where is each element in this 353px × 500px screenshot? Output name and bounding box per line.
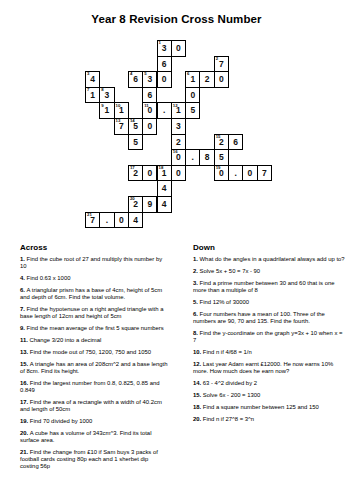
grid-cell-r5c3[interactable]: 145 <box>128 118 143 135</box>
down-clue-10: 10. Find n if 4/68 = 1/n <box>193 349 345 356</box>
clue-number-label: 10. <box>193 349 203 355</box>
cell-value: 6 <box>158 57 171 72</box>
cell-value: 3 <box>158 41 171 56</box>
cell-value: 9 <box>143 197 156 212</box>
cell-value: 1 <box>86 88 99 103</box>
grid-cell-r4c7[interactable]: 5 <box>185 102 200 119</box>
across-clue-15: 15. A triangle has an area of 208cm^2 an… <box>20 361 168 375</box>
cell-value: 0 <box>158 72 171 87</box>
cell-value: 4 <box>86 72 99 87</box>
grid-cell-r5c6[interactable]: 3 <box>171 118 186 135</box>
grid-cell-r10c3[interactable]: 202 <box>128 196 143 213</box>
grid-cell-r6c9[interactable]: 152 <box>214 134 229 151</box>
clue-number-label: 17. <box>20 399 30 405</box>
cell-value: 2 <box>129 197 142 212</box>
cell-value: 0 <box>215 72 228 87</box>
grid-cell-r8c5[interactable]: 181 <box>157 165 172 182</box>
cell-value: 4 <box>158 197 171 212</box>
clue-text: Solve 6x - 200 = 1300 <box>203 392 260 398</box>
crossnumber-grid[interactable]: 1306273446530612071836091101110.12151371… <box>85 40 273 229</box>
clue-number-label: 15. <box>193 392 203 398</box>
grid-cell-r11c2[interactable]: 0 <box>114 212 129 229</box>
clue-number-label: 11. <box>20 337 30 343</box>
cell-value: 2 <box>129 166 142 181</box>
grid-cell-r7c9[interactable]: 5 <box>214 149 229 166</box>
across-clue-6: 6. A trianglular prism has a base of 4cm… <box>20 287 168 301</box>
cell-value: 6 <box>229 135 242 150</box>
clue-text: Solve 5x + 50 = 7x - 90 <box>200 268 261 274</box>
cell-value: 1 <box>186 72 199 87</box>
grid-cell-r6c6[interactable]: 2 <box>171 134 186 151</box>
across-clue-7: 7. Find the hypotenuse on a right angled… <box>20 306 168 320</box>
grid-cell-r4c6[interactable]: 121 <box>171 102 186 119</box>
cell-value: 1 <box>172 103 185 118</box>
across-clue-20: 20. A cube has a volume of 343cm^3. Find… <box>20 430 168 444</box>
cell-value: 7 <box>115 119 128 134</box>
clue-number-label: 21. <box>20 449 30 455</box>
clue-number-label: 19. <box>20 418 30 424</box>
grid-cell-r1c5[interactable]: 6 <box>157 56 172 73</box>
cell-value: 5 <box>129 135 142 150</box>
cell-value: 1 <box>158 166 171 181</box>
grid-cell-r7c6[interactable]: 160 <box>171 149 186 166</box>
cell-value: 0 <box>186 88 199 103</box>
clue-text: Find the largest number from 0.8, 0.825,… <box>20 380 160 393</box>
across-clue-19: 19. Find 70 divided by 1000 <box>20 418 168 425</box>
down-clue-15: 15. Solve 6x - 200 = 1300 <box>193 392 345 399</box>
clue-text: What do the angles in a quadrilateral al… <box>200 256 345 262</box>
worksheet-page: Year 8 Revision Cross Number 13062734465… <box>0 0 353 500</box>
down-clue-8: 8. Find the y-coordinate on the graph y=… <box>193 330 345 344</box>
clue-text: A cube has a volume of 343cm^3. Find its… <box>20 430 151 443</box>
cell-value: . <box>100 213 113 228</box>
grid-cell-r11c1[interactable]: . <box>99 212 114 229</box>
grid-cell-r2c4[interactable]: 53 <box>142 71 157 88</box>
across-clue-16: 16. Find the largest number from 0.8, 0.… <box>20 380 168 394</box>
cell-value: 6 <box>143 88 156 103</box>
clue-text: Find the mean average of the first 5 squ… <box>27 325 164 331</box>
cell-value: 1 <box>115 103 128 118</box>
across-clue-4: 4. Find 0.63 x 1000 <box>20 275 168 282</box>
grid-cell-r2c5[interactable]: 0 <box>157 71 172 88</box>
grid-cell-r2c7[interactable]: 61 <box>185 71 200 88</box>
down-clue-6: 6. Four numbers have a mean of 100. Thre… <box>193 311 345 325</box>
grid-cell-r3c4[interactable]: 6 <box>142 87 157 104</box>
grid-cell-r4c2[interactable]: 101 <box>114 102 129 119</box>
cell-value: 0 <box>143 103 156 118</box>
cell-value: 2 <box>215 135 228 150</box>
across-clue-21: 21. Find the change from £10 if Sam buys… <box>20 449 168 470</box>
clue-text: Find n if 4/68 = 1/n <box>203 349 252 355</box>
across-clue-13: 13. Find the mode out of 750, 1200, 750 … <box>20 349 168 356</box>
grid-cell-r2c8[interactable]: 2 <box>199 71 214 88</box>
grid-cell-r6c10[interactable]: 6 <box>228 134 243 151</box>
cell-value: 0 <box>115 213 128 228</box>
clue-number-label: 12. <box>193 361 203 367</box>
cell-value: 2 <box>172 135 185 150</box>
grid-cell-r4c1[interactable]: 91 <box>99 102 114 119</box>
down-clue-2: 2. Solve 5x + 50 = 7x - 90 <box>193 268 345 275</box>
down-clue-list: 1. What do the angles in a quadrilateral… <box>193 256 345 423</box>
across-clues-section: Across 1. Find the cube root of 27 and m… <box>20 243 168 475</box>
puzzle-title: Year 8 Revision Cross Number <box>0 13 353 25</box>
grid-cell-r8c11[interactable]: 0 <box>242 165 257 182</box>
cell-value: 4 <box>158 181 171 196</box>
cell-value: 5 <box>215 150 228 165</box>
grid-cell-r8c10[interactable]: . <box>228 165 243 182</box>
clue-number-label: 16. <box>20 380 30 386</box>
grid-cell-r8c3[interactable]: 172 <box>128 165 143 182</box>
cell-value: 3 <box>143 72 156 87</box>
grid-cell-r0c6[interactable]: 0 <box>171 40 186 57</box>
cell-value: 7 <box>215 57 228 72</box>
grid-cell-r5c2[interactable]: 137 <box>114 118 129 135</box>
cell-value: 0 <box>172 150 185 165</box>
cell-value: 0 <box>143 119 156 134</box>
cell-value: 4 <box>129 213 142 228</box>
cell-value: . <box>186 150 199 165</box>
across-heading: Across <box>20 243 168 252</box>
clue-text: Last year Adam earnt £12000. He now earn… <box>193 361 333 374</box>
cell-value: 5 <box>186 103 199 118</box>
clue-text: Find 0.63 x 1000 <box>27 275 71 281</box>
clue-text: A triangle has an area of 208cm^2 and a … <box>20 361 168 374</box>
grid-cell-r1c9[interactable]: 27 <box>214 56 229 73</box>
down-clue-3: 3. Find a prime number between 30 and 60… <box>193 280 345 294</box>
cell-value: 0 <box>215 166 228 181</box>
clue-text: Find the mode out of 750, 1200, 750 and … <box>30 349 151 355</box>
grid-cell-r11c0[interactable]: 217 <box>85 212 100 229</box>
clue-number-label: 15. <box>20 361 30 367</box>
grid-cell-r5c4[interactable]: 0 <box>142 118 157 135</box>
grid-cell-r3c0[interactable]: 71 <box>85 87 100 104</box>
down-clue-20: 20. Find n if 27^8 = 3^n <box>193 416 345 423</box>
cell-value: 5 <box>129 119 142 134</box>
clue-text: 63 - 4^2 divided by 2 <box>203 380 257 386</box>
grid-cell-r2c9[interactable]: 0 <box>214 71 229 88</box>
clue-number-label: 20. <box>193 416 203 422</box>
grid-cell-r3c1[interactable]: 83 <box>99 87 114 104</box>
clue-text: Four numbers have a mean of 100. Three o… <box>193 311 325 324</box>
down-clue-14: 14. 63 - 4^2 divided by 2 <box>193 380 345 387</box>
clue-text: Find the area of a rectangle with a widt… <box>20 399 162 412</box>
grid-cell-r7c7[interactable]: . <box>185 149 200 166</box>
down-heading: Down <box>193 243 345 252</box>
across-clue-9: 9. Find the mean average of the first 5 … <box>20 325 168 332</box>
grid-cell-r9c5[interactable]: 4 <box>157 180 172 197</box>
across-clue-11: 11. Change 3/20 into a decimal <box>20 337 168 344</box>
clue-text: Change 3/20 into a decimal <box>30 337 102 343</box>
clue-text: Find 12% of 30000 <box>200 299 249 305</box>
clue-number-label: 18. <box>193 404 203 410</box>
cell-value: . <box>158 103 171 118</box>
clue-text: Find 70 divided by 1000 <box>30 418 93 424</box>
grid-cell-r3c7[interactable]: 0 <box>185 87 200 104</box>
cell-value: 8 <box>200 150 213 165</box>
cell-value: 6 <box>129 72 142 87</box>
clue-text: Find a prime number between 30 and 60 th… <box>193 280 334 293</box>
clue-text: A trianglular prism has a base of 4cm, h… <box>20 287 162 300</box>
clue-text: Find a square number between 125 and 150 <box>203 404 319 410</box>
clue-text: Find the cube root of 27 and multiply th… <box>20 256 162 269</box>
cell-value: 3 <box>172 119 185 134</box>
cell-value: 7 <box>258 166 271 181</box>
grid-cell-r6c3[interactable]: 5 <box>128 134 143 151</box>
down-clue-18: 18. Find a square number between 125 and… <box>193 404 345 411</box>
clue-text: Find the hypotenuse on a right angled tr… <box>20 306 163 319</box>
down-clue-5: 5. Find 12% of 30000 <box>193 299 345 306</box>
down-clue-1: 1. What do the angles in a quadrilateral… <box>193 256 345 263</box>
across-clue-list: 1. Find the cube root of 27 and multiply… <box>20 256 168 470</box>
clue-text: Find the y-coordinate on the graph y=3x … <box>193 330 343 343</box>
across-clue-1: 1. Find the cube root of 27 and multiply… <box>20 256 168 270</box>
grid-cell-r8c4[interactable]: 0 <box>142 165 157 182</box>
cell-value: 1 <box>100 103 113 118</box>
cell-value: 0 <box>172 166 185 181</box>
grid-cell-r8c6[interactable]: 0 <box>171 165 186 182</box>
cell-value: 2 <box>200 72 213 87</box>
clue-number-label: 14. <box>193 380 203 386</box>
down-clue-12: 12. Last year Adam earnt £12000. He now … <box>193 361 345 375</box>
cell-value: 0 <box>243 166 256 181</box>
grid-cell-r2c0[interactable]: 34 <box>85 71 100 88</box>
grid-cell-r4c4[interactable]: 110 <box>142 102 157 119</box>
grid-cell-r8c12[interactable]: 7 <box>257 165 272 182</box>
grid-cell-r11c3[interactable]: 4 <box>128 212 143 229</box>
cell-value: 7 <box>86 213 99 228</box>
clue-text: Find the change from £10 if Sam buys 3 p… <box>20 449 158 469</box>
grid-cell-r10c4[interactable]: 9 <box>142 196 157 213</box>
across-clue-17: 17. Find the area of a rectangle with a … <box>20 399 168 413</box>
clue-number-label: 20. <box>20 430 30 436</box>
cell-value: 0 <box>172 41 185 56</box>
grid-cell-r4c5[interactable]: . <box>157 102 172 119</box>
clue-text: Find n if 27^8 = 3^n <box>203 416 254 422</box>
grid-cell-r0c5[interactable]: 13 <box>157 40 172 57</box>
down-clues-section: Down 1. What do the angles in a quadrila… <box>193 243 345 428</box>
cell-value: . <box>229 166 242 181</box>
grid-cell-r8c9[interactable]: 190 <box>214 165 229 182</box>
cell-value: 3 <box>100 88 113 103</box>
grid-cell-r10c5[interactable]: 4 <box>157 196 172 213</box>
cell-value: 0 <box>143 166 156 181</box>
clue-number-label: 13. <box>20 349 30 355</box>
grid-cell-r7c8[interactable]: 8 <box>199 149 214 166</box>
grid-cell-r2c3[interactable]: 46 <box>128 71 143 88</box>
